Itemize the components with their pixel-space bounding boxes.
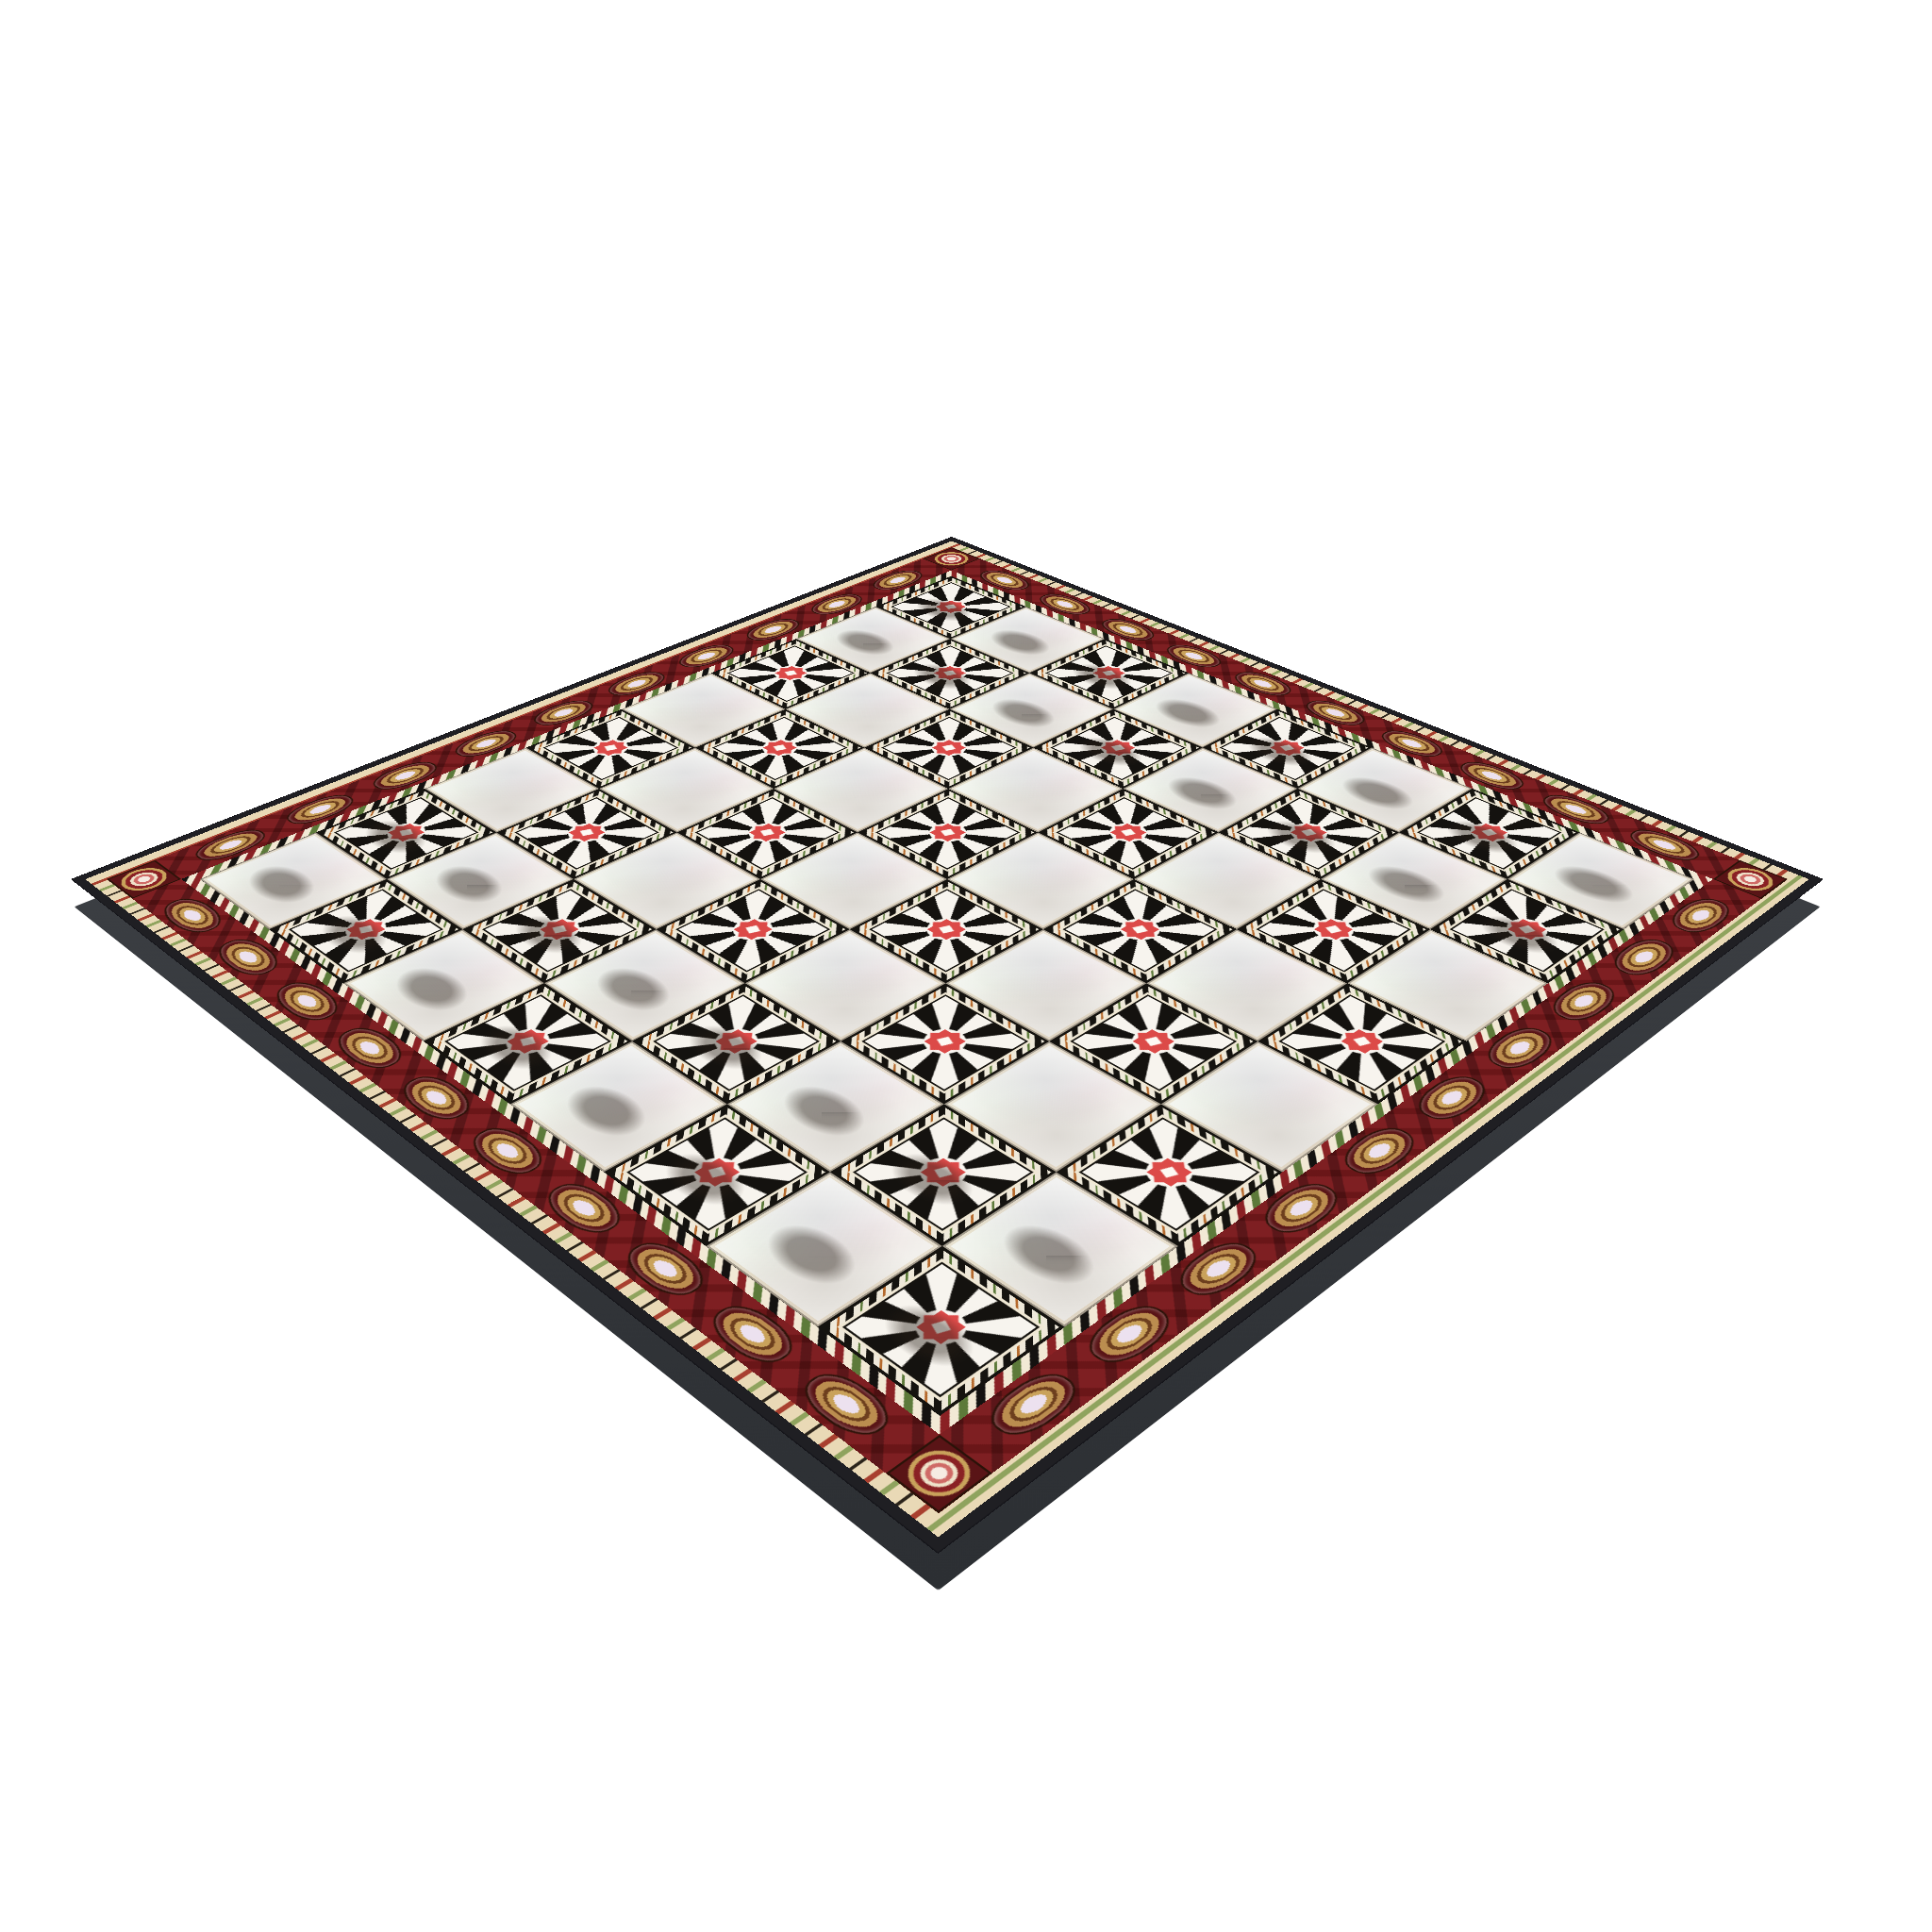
pawn-icon: ♟ bbox=[986, 641, 1057, 721]
border-medallion-band: ♜♞♝♚♛♝♞♜♟♟♟♟♟♟♟♟♟♟♟♟♟♟♟♟♜♞♝♚♛♝♞♜ bbox=[107, 547, 1788, 1513]
red-star-motif bbox=[919, 818, 975, 846]
pawn-icon: ♟ bbox=[1475, 850, 1559, 943]
board-outer-frame: ♜♞♝♚♛♝♞♜♟♟♟♟♟♟♟♟♟♟♟♟♟♟♟♟♜♞♝♚♛♝♞♜ bbox=[72, 537, 1822, 1552]
border-dash-strip: ♜♞♝♚♛♝♞♜♟♟♟♟♟♟♟♟♟♟♟♟♟♟♟♟♜♞♝♚♛♝♞♜ bbox=[85, 541, 1808, 1537]
pawn-icon: ♟ bbox=[880, 1080, 978, 1190]
photo-scene: ♜♞♝♚♛♝♞♜♟♟♟♟♟♟♟♟♟♟♟♟♟♟♟♟♜♞♝♚♛♝♞♜ bbox=[0, 0, 1932, 1932]
pawn-icon: ♟ bbox=[830, 575, 897, 649]
pawn-icon: ♟ bbox=[1072, 677, 1144, 758]
pawn-icon: ♟ bbox=[1260, 758, 1339, 844]
pawn-icon: ♟ bbox=[1162, 717, 1238, 801]
border-medallion bbox=[703, 1299, 801, 1369]
pawn-icon: ♟ bbox=[906, 607, 974, 683]
mosaic-tile-pattern bbox=[869, 889, 1024, 972]
board-squares: ♜♞♝♚♛♝♞♜♟♟♟♟♟♟♟♟♟♟♟♟♟♟♟♟♜♞♝♚♛♝♞♜ bbox=[200, 576, 1694, 1416]
pawn-icon: ♟ bbox=[995, 1151, 1097, 1265]
chess-board-3d: ♜♞♝♚♛♝♞♜♟♟♟♟♟♟♟♟♟♟♟♟♟♟♟♟♜♞♝♚♛♝♞♜ bbox=[72, 537, 1822, 1552]
rook-icon: ♜ bbox=[858, 1195, 994, 1347]
border-medallion bbox=[1607, 935, 1681, 979]
border-checker-strip: ♜♞♝♚♛♝♞♜♟♟♟♟♟♟♟♟♟♟♟♟♟♟♟♟♜♞♝♚♛♝♞♜ bbox=[181, 570, 1713, 1434]
pawn-icon: ♟ bbox=[1364, 803, 1445, 892]
border-medallion bbox=[157, 895, 228, 937]
